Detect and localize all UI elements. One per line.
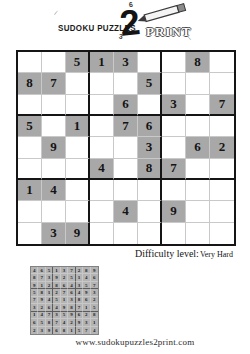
solution-cell-r7c4: 3 xyxy=(53,312,60,319)
logo-doodle-mark: / xyxy=(54,9,59,17)
solution-cell-r3c3: 2 xyxy=(46,282,53,289)
puzzle-grid: 513887563751769362487144939 xyxy=(16,50,236,246)
cell-r9c1[interactable] xyxy=(18,223,42,244)
solution-cell-r6c6: 8 xyxy=(68,304,75,311)
solution-cell-r6c8: 1 xyxy=(83,304,90,311)
solution-cell-r3c2: 1 xyxy=(38,282,45,289)
solution-cell-r3c5: 6 xyxy=(61,282,68,289)
cell-r2c9[interactable] xyxy=(210,73,234,94)
solution-cell-r9c5: 8 xyxy=(61,327,68,334)
solution-cell-r9c2: 3 xyxy=(38,327,45,334)
cell-r6c3[interactable] xyxy=(66,159,90,180)
cell-r7c9[interactable] xyxy=(210,180,234,201)
cell-r1c6[interactable] xyxy=(138,52,162,73)
cell-r9c4[interactable] xyxy=(90,223,114,244)
solution-cell-r7c7: 6 xyxy=(76,312,83,319)
cell-r6c7: 7 xyxy=(162,159,186,180)
cell-r9c2: 3 xyxy=(42,223,66,244)
cell-r3c6[interactable] xyxy=(138,95,162,116)
cell-r6c2[interactable] xyxy=(42,159,66,180)
solution-cell-r7c2: 4 xyxy=(38,312,45,319)
solution-cell-r6c1: 3 xyxy=(31,304,38,311)
solution-cell-r1c1: 4 xyxy=(31,267,38,274)
solution-cell-r5c4: 5 xyxy=(53,297,60,304)
cell-r9c9[interactable] xyxy=(210,223,234,244)
solution-cell-r6c4: 4 xyxy=(53,304,60,311)
cell-r3c8[interactable] xyxy=(186,95,210,116)
solution-cell-r6c2: 2 xyxy=(38,304,45,311)
solution-cell-r4c6: 6 xyxy=(68,289,75,296)
cell-r2c7[interactable] xyxy=(162,73,186,94)
sudoku-print-page: / SUDOKU PUZZLES 2 PRINT 3 6 \ 513887563… xyxy=(0,0,250,354)
solution-cell-r1c6: 7 xyxy=(68,267,75,274)
cell-r5c8: 6 xyxy=(186,137,210,158)
cell-r7c6[interactable] xyxy=(138,180,162,201)
solution-cell-r5c2: 9 xyxy=(38,297,45,304)
solution-cell-r1c2: 6 xyxy=(38,267,45,274)
solution-cell-r2c4: 9 xyxy=(53,274,60,281)
cell-r1c7[interactable] xyxy=(162,52,186,73)
solution-cell-r4c5: 7 xyxy=(61,289,68,296)
solution-cell-r5c8: 6 xyxy=(83,297,90,304)
cell-r7c5[interactable] xyxy=(114,180,138,201)
solution-cell-r5c1: 7 xyxy=(31,297,38,304)
cell-r7c2: 4 xyxy=(42,180,66,201)
cell-r7c3[interactable] xyxy=(66,180,90,201)
cell-r4c8[interactable] xyxy=(186,116,210,137)
website-url: www.sudokupuzzles2print.com xyxy=(20,337,250,347)
solution-cell-r2c9: 6 xyxy=(91,274,98,281)
solution-cell-r9c9: 4 xyxy=(91,327,98,334)
solution-cell-r6c3: 6 xyxy=(46,304,53,311)
solution-cell-r4c2: 8 xyxy=(38,289,45,296)
solution-cell-r8c1: 6 xyxy=(31,319,38,326)
cell-r8c7: 9 xyxy=(162,201,186,222)
cell-r4c4[interactable] xyxy=(90,116,114,137)
cell-r2c3[interactable] xyxy=(66,73,90,94)
logo-doodle-digit: 6 xyxy=(129,1,134,8)
cell-r6c6: 8 xyxy=(138,159,162,180)
solution-cell-r2c2: 7 xyxy=(38,274,45,281)
solution-cell-r7c3: 7 xyxy=(46,312,53,319)
solution-cell-r4c8: 9 xyxy=(83,289,90,296)
solution-cell-r2c6: 5 xyxy=(68,274,75,281)
cell-r5c9: 2 xyxy=(210,137,234,158)
solution-cell-r7c8: 2 xyxy=(83,312,90,319)
cell-r4c9[interactable] xyxy=(210,116,234,137)
solution-cell-r4c7: 4 xyxy=(76,289,83,296)
cell-r2c5[interactable] xyxy=(114,73,138,94)
cell-r5c5[interactable] xyxy=(114,137,138,158)
cell-r2c1: 8 xyxy=(18,73,42,94)
solution-cell-r8c6: 2 xyxy=(68,319,75,326)
solution-cell-r8c4: 7 xyxy=(53,319,60,326)
cell-r5c7[interactable] xyxy=(162,137,186,158)
solution-cell-r3c9: 7 xyxy=(91,282,98,289)
cell-r5c4[interactable] xyxy=(90,137,114,158)
cell-r4c1: 5 xyxy=(18,116,42,137)
solution-cell-r9c1: 2 xyxy=(31,327,38,334)
solution-cell-r2c1: 8 xyxy=(31,274,38,281)
cell-r1c3: 5 xyxy=(66,52,90,73)
solution-cell-r9c7: 5 xyxy=(76,327,83,334)
cell-r4c5: 7 xyxy=(114,116,138,137)
cell-r6c1[interactable] xyxy=(18,159,42,180)
solution-cell-r1c9: 9 xyxy=(91,267,98,274)
cell-r5c6: 3 xyxy=(138,137,162,158)
solution-cell-r4c3: 1 xyxy=(46,289,53,296)
solution-cell-r4c9: 3 xyxy=(91,289,98,296)
cell-r4c2[interactable] xyxy=(42,116,66,137)
cell-r4c6: 6 xyxy=(138,116,162,137)
cell-r3c2[interactable] xyxy=(42,95,66,116)
cell-r9c6[interactable] xyxy=(138,223,162,244)
cell-r2c6: 5 xyxy=(138,73,162,94)
solution-cell-r4c4: 2 xyxy=(53,289,60,296)
solution-cell-r1c4: 1 xyxy=(53,267,60,274)
cell-r5c1[interactable] xyxy=(18,137,42,158)
cell-r2c8[interactable] xyxy=(186,73,210,94)
cell-r8c5: 4 xyxy=(114,201,138,222)
cell-r1c2[interactable] xyxy=(42,52,66,73)
solution-cell-r9c6: 1 xyxy=(68,327,75,334)
solution-cell-r7c5: 5 xyxy=(61,312,68,319)
solution-cell-r8c7: 9 xyxy=(76,319,83,326)
cell-r4c3: 1 xyxy=(66,116,90,137)
solution-cell-r5c3: 4 xyxy=(46,297,53,304)
solution-cell-r2c8: 4 xyxy=(83,274,90,281)
cell-r6c9[interactable] xyxy=(210,159,234,180)
solution-cell-r5c9: 2 xyxy=(91,297,98,304)
solution-cell-r1c7: 2 xyxy=(76,267,83,274)
solution-cell-r8c5: 4 xyxy=(61,319,68,326)
solution-cell-r3c8: 5 xyxy=(83,282,90,289)
cell-r8c2[interactable] xyxy=(42,201,66,222)
difficulty-value: Very Hard xyxy=(200,250,233,259)
solution-cell-r1c8: 8 xyxy=(83,267,90,274)
cell-r9c8[interactable] xyxy=(186,223,210,244)
solution-cell-r5c7: 8 xyxy=(76,297,83,304)
difficulty-label: Difficulty level: xyxy=(135,248,199,259)
solution-cell-r2c5: 2 xyxy=(61,274,68,281)
cell-r1c1[interactable] xyxy=(18,52,42,73)
solution-cell-r7c1: 1 xyxy=(31,312,38,319)
site-logo: / SUDOKU PUZZLES 2 PRINT 3 6 \ xyxy=(0,0,250,48)
cell-r9c5[interactable] xyxy=(114,223,138,244)
cell-r3c3[interactable] xyxy=(66,95,90,116)
cell-r3c5: 6 xyxy=(114,95,138,116)
cell-r5c2: 9 xyxy=(42,137,66,158)
cell-r7c1: 1 xyxy=(18,180,42,201)
solution-cell-r1c3: 5 xyxy=(46,267,53,274)
solution-cell-r3c1: 9 xyxy=(31,282,38,289)
cell-r7c4[interactable] xyxy=(90,180,114,201)
solution-cell-r4c1: 5 xyxy=(31,289,38,296)
solution-cell-r8c9: 1 xyxy=(91,319,98,326)
cell-r3c9: 7 xyxy=(210,95,234,116)
cell-r3c4[interactable] xyxy=(90,95,114,116)
solution-grid: 4651372898739251469128643575812764937945… xyxy=(30,266,99,335)
cell-r4c7[interactable] xyxy=(162,116,186,137)
solution-cell-r6c5: 9 xyxy=(61,304,68,311)
cell-r6c4: 4 xyxy=(90,159,114,180)
cell-r9c3: 9 xyxy=(66,223,90,244)
cell-r7c7[interactable] xyxy=(162,180,186,201)
solution-cell-r5c6: 3 xyxy=(68,297,75,304)
cell-r7c8[interactable] xyxy=(186,180,210,201)
cell-r1c5: 3 xyxy=(114,52,138,73)
cell-r1c8: 8 xyxy=(186,52,210,73)
solution-cell-r3c4: 8 xyxy=(53,282,60,289)
cell-r3c7: 3 xyxy=(162,95,186,116)
difficulty-line: Difficulty level:Very Hard xyxy=(135,248,233,259)
cell-r8c8[interactable] xyxy=(186,201,210,222)
cell-r8c4[interactable] xyxy=(90,201,114,222)
cell-r8c1[interactable] xyxy=(18,201,42,222)
solution-cell-r7c6: 9 xyxy=(68,312,75,319)
cell-r6c5[interactable] xyxy=(114,159,138,180)
solution-cell-r7c9: 8 xyxy=(91,312,98,319)
cell-r6c8[interactable] xyxy=(186,159,210,180)
cell-r8c6[interactable] xyxy=(138,201,162,222)
solution-cell-r1c5: 3 xyxy=(61,267,68,274)
solution-cell-r8c3: 8 xyxy=(46,319,53,326)
cell-r8c3[interactable] xyxy=(66,201,90,222)
solution-cell-r9c3: 9 xyxy=(46,327,53,334)
solution-cell-r3c7: 3 xyxy=(76,282,83,289)
solution-cell-r8c8: 3 xyxy=(83,319,90,326)
cell-r9c7[interactable] xyxy=(162,223,186,244)
cell-r5c3[interactable] xyxy=(66,137,90,158)
solution-cell-r9c8: 7 xyxy=(83,327,90,334)
solution-cell-r9c4: 6 xyxy=(53,327,60,334)
cell-r8c9[interactable] xyxy=(210,201,234,222)
solution-cell-r8c2: 5 xyxy=(38,319,45,326)
cell-r3c1[interactable] xyxy=(18,95,42,116)
solution-cell-r6c7: 7 xyxy=(76,304,83,311)
solution-cell-r6c9: 5 xyxy=(91,304,98,311)
cell-r1c4: 1 xyxy=(90,52,114,73)
cell-r1c9[interactable] xyxy=(210,52,234,73)
solution-cell-r2c7: 1 xyxy=(76,274,83,281)
solution-cell-r3c6: 4 xyxy=(68,282,75,289)
solution-cell-r5c5: 1 xyxy=(61,297,68,304)
cell-r2c4[interactable] xyxy=(90,73,114,94)
solution-cell-r2c3: 3 xyxy=(46,274,53,281)
cell-r2c2: 7 xyxy=(42,73,66,94)
